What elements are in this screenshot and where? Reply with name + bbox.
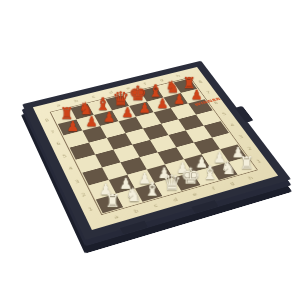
chess-set: abcdefgh abcdefgh 87654321 87654321 ♜♞♝♛… (22, 61, 291, 240)
board-frame: abcdefgh abcdefgh 87654321 87654321 ♜♞♝♛… (22, 61, 291, 240)
coordinate-label: 2 (76, 187, 92, 203)
coordinate-label: 6 (51, 136, 66, 150)
photo-scene: abcdefgh abcdefgh 87654321 87654321 ♜♞♝♛… (0, 0, 300, 300)
square-c3 (120, 157, 146, 175)
product-photo: abcdefgh abcdefgh 87654321 87654321 ♜♞♝♛… (0, 0, 300, 300)
square-c6 (100, 121, 125, 137)
hinge (235, 106, 254, 123)
